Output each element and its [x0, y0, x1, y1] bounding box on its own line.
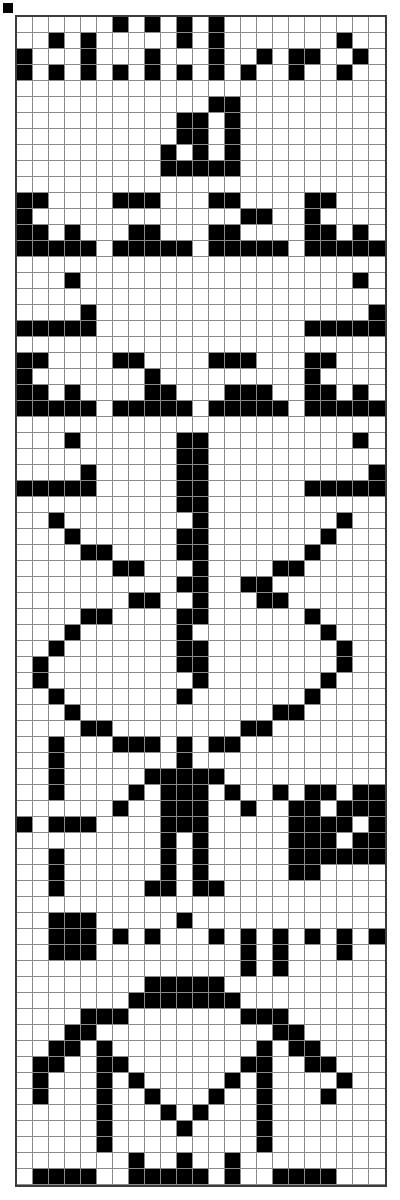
grid-cell-r8c10 — [161, 129, 177, 145]
grid-cell-r49c12 — [193, 785, 209, 801]
grid-cell-r10c11 — [177, 161, 193, 177]
grid-cell-r57c19 — [305, 913, 321, 929]
grid-cell-r34c20 — [321, 545, 337, 561]
grid-cell-r20c19 — [305, 321, 321, 337]
grid-cell-r10c9 — [145, 161, 161, 177]
grid-cell-r2c20 — [321, 33, 337, 49]
grid-cell-r38c10 — [161, 609, 177, 625]
grid-cell-r50c2 — [33, 801, 49, 817]
grid-cell-r56c8 — [129, 897, 145, 913]
grid-cell-r54c11 — [177, 865, 193, 881]
grid-cell-r65c3 — [49, 1041, 65, 1057]
grid-cell-r22c9 — [145, 353, 161, 369]
grid-cell-r43c15 — [241, 689, 257, 705]
grid-cell-r70c2 — [33, 1121, 49, 1137]
grid-cell-r30c14 — [225, 481, 241, 497]
grid-cell-r29c18 — [289, 465, 305, 481]
grid-cell-r18c15 — [241, 289, 257, 305]
grid-cell-r38c4 — [65, 609, 81, 625]
grid-cell-r6c3 — [49, 97, 65, 113]
grid-cell-r34c19 — [305, 545, 321, 561]
grid-cell-r22c22 — [353, 353, 369, 369]
grid-cell-r61c3 — [49, 977, 65, 993]
grid-cell-r33c1 — [17, 529, 33, 545]
grid-cell-r31c8 — [129, 497, 145, 513]
grid-cell-r51c22 — [353, 817, 369, 833]
grid-cell-r52c7 — [113, 833, 129, 849]
grid-cell-r47c15 — [241, 753, 257, 769]
grid-cell-r11c17 — [273, 177, 289, 193]
grid-cell-r34c15 — [241, 545, 257, 561]
grid-cell-r52c3 — [49, 833, 65, 849]
grid-cell-r46c2 — [33, 737, 49, 753]
grid-cell-r55c23 — [369, 881, 385, 897]
grid-cell-r11c13 — [209, 177, 225, 193]
grid-cell-r69c22 — [353, 1105, 369, 1121]
grid-cell-r5c5 — [81, 81, 97, 97]
grid-cell-r41c8 — [129, 657, 145, 673]
grid-cell-r18c13 — [209, 289, 225, 305]
grid-cell-r63c8 — [129, 1009, 145, 1025]
grid-cell-r65c4 — [65, 1041, 81, 1057]
grid-cell-r43c20 — [321, 689, 337, 705]
grid-cell-r65c18 — [289, 1041, 305, 1057]
grid-cell-r50c11 — [177, 801, 193, 817]
grid-cell-r55c17 — [273, 881, 289, 897]
grid-cell-r52c6 — [97, 833, 113, 849]
grid-cell-r31c5 — [81, 497, 97, 513]
grid-cell-r10c8 — [129, 161, 145, 177]
grid-cell-r35c12 — [193, 561, 209, 577]
grid-cell-r58c8 — [129, 929, 145, 945]
grid-cell-r9c20 — [321, 145, 337, 161]
grid-cell-r4c6 — [97, 65, 113, 81]
grid-cell-r24c21 — [337, 385, 353, 401]
grid-cell-r55c10 — [161, 881, 177, 897]
grid-cell-r54c9 — [145, 865, 161, 881]
grid-cell-r62c23 — [369, 993, 385, 1009]
grid-cell-r49c9 — [145, 785, 161, 801]
grid-cell-r16c17 — [273, 257, 289, 273]
grid-cell-r5c10 — [161, 81, 177, 97]
grid-cell-r45c8 — [129, 721, 145, 737]
grid-cell-r54c1 — [17, 865, 33, 881]
grid-cell-r71c11 — [177, 1137, 193, 1153]
grid-cell-r2c21 — [337, 33, 353, 49]
grid-cell-r43c17 — [273, 689, 289, 705]
grid-cell-r17c23 — [369, 273, 385, 289]
grid-cell-r51c20 — [321, 817, 337, 833]
grid-cell-r13c15 — [241, 209, 257, 225]
grid-cell-r55c1 — [17, 881, 33, 897]
grid-cell-r73c13 — [209, 1169, 225, 1185]
grid-cell-r53c4 — [65, 849, 81, 865]
grid-cell-r18c21 — [337, 289, 353, 305]
grid-cell-r53c6 — [97, 849, 113, 865]
grid-cell-r34c5 — [81, 545, 97, 561]
grid-cell-r15c4 — [65, 241, 81, 257]
grid-cell-r39c6 — [97, 625, 113, 641]
grid-cell-r28c8 — [129, 449, 145, 465]
grid-cell-r39c3 — [49, 625, 65, 641]
grid-cell-r64c8 — [129, 1025, 145, 1041]
grid-cell-r73c10 — [161, 1169, 177, 1185]
grid-cell-r29c1 — [17, 465, 33, 481]
grid-cell-r62c14 — [225, 993, 241, 1009]
grid-cell-r36c15 — [241, 577, 257, 593]
grid-cell-r15c8 — [129, 241, 145, 257]
grid-cell-r70c3 — [49, 1121, 65, 1137]
grid-cell-r34c9 — [145, 545, 161, 561]
grid-cell-r23c12 — [193, 369, 209, 385]
grid-cell-r47c11 — [177, 753, 193, 769]
grid-cell-r44c13 — [209, 705, 225, 721]
grid-cell-r57c11 — [177, 913, 193, 929]
grid-cell-r38c11 — [177, 609, 193, 625]
grid-cell-r40c9 — [145, 641, 161, 657]
grid-cell-r58c10 — [161, 929, 177, 945]
grid-cell-r26c9 — [145, 417, 161, 433]
grid-cell-r49c6 — [97, 785, 113, 801]
grid-cell-r59c8 — [129, 945, 145, 961]
grid-cell-r62c15 — [241, 993, 257, 1009]
grid-cell-r47c23 — [369, 753, 385, 769]
grid-cell-r12c2 — [33, 193, 49, 209]
grid-cell-r43c19 — [305, 689, 321, 705]
grid-cell-r66c16 — [257, 1057, 273, 1073]
grid-cell-r43c12 — [193, 689, 209, 705]
grid-cell-r18c14 — [225, 289, 241, 305]
grid-cell-r26c1 — [17, 417, 33, 433]
grid-cell-r29c17 — [273, 465, 289, 481]
grid-cell-r40c16 — [257, 641, 273, 657]
grid-cell-r26c12 — [193, 417, 209, 433]
grid-cell-r5c13 — [209, 81, 225, 97]
grid-cell-r27c1 — [17, 433, 33, 449]
grid-cell-r71c4 — [65, 1137, 81, 1153]
grid-cell-r22c3 — [49, 353, 65, 369]
grid-cell-r20c17 — [273, 321, 289, 337]
grid-cell-r26c14 — [225, 417, 241, 433]
grid-cell-r4c12 — [193, 65, 209, 81]
grid-cell-r68c10 — [161, 1089, 177, 1105]
grid-cell-r31c1 — [17, 497, 33, 513]
grid-cell-r30c5 — [81, 481, 97, 497]
grid-cell-r41c22 — [353, 657, 369, 673]
grid-cell-r72c4 — [65, 1153, 81, 1169]
grid-cell-r15c21 — [337, 241, 353, 257]
grid-cell-r20c10 — [161, 321, 177, 337]
grid-cell-r17c8 — [129, 273, 145, 289]
grid-cell-r37c6 — [97, 593, 113, 609]
grid-cell-r44c8 — [129, 705, 145, 721]
grid-cell-r34c12 — [193, 545, 209, 561]
grid-cell-r55c9 — [145, 881, 161, 897]
grid-cell-r40c23 — [369, 641, 385, 657]
grid-cell-r1c17 — [273, 17, 289, 33]
grid-cell-r67c7 — [113, 1073, 129, 1089]
grid-cell-r51c15 — [241, 817, 257, 833]
grid-cell-r30c18 — [289, 481, 305, 497]
grid-cell-r53c17 — [273, 849, 289, 865]
grid-cell-r3c21 — [337, 49, 353, 65]
grid-cell-r3c1 — [17, 49, 33, 65]
grid-cell-r65c6 — [97, 1041, 113, 1057]
grid-cell-r2c19 — [305, 33, 321, 49]
grid-cell-r20c20 — [321, 321, 337, 337]
grid-cell-r71c9 — [145, 1137, 161, 1153]
grid-cell-r27c22 — [353, 433, 369, 449]
grid-cell-r32c21 — [337, 513, 353, 529]
grid-cell-r33c6 — [97, 529, 113, 545]
grid-cell-r58c6 — [97, 929, 113, 945]
grid-cell-r35c4 — [65, 561, 81, 577]
grid-cell-r48c13 — [209, 769, 225, 785]
grid-cell-r73c16 — [257, 1169, 273, 1185]
grid-cell-r8c17 — [273, 129, 289, 145]
grid-cell-r12c8 — [129, 193, 145, 209]
grid-cell-r42c21 — [337, 673, 353, 689]
grid-cell-r12c1 — [17, 193, 33, 209]
grid-cell-r26c23 — [369, 417, 385, 433]
grid-cell-r60c20 — [321, 961, 337, 977]
grid-cell-r69c13 — [209, 1105, 225, 1121]
grid-cell-r62c17 — [273, 993, 289, 1009]
grid-cell-r59c17 — [273, 945, 289, 961]
grid-cell-r10c7 — [113, 161, 129, 177]
grid-cell-r16c15 — [241, 257, 257, 273]
grid-cell-r50c14 — [225, 801, 241, 817]
grid-cell-r57c18 — [289, 913, 305, 929]
grid-cell-r72c17 — [273, 1153, 289, 1169]
grid-cell-r52c2 — [33, 833, 49, 849]
grid-cell-r4c2 — [33, 65, 49, 81]
grid-cell-r51c17 — [273, 817, 289, 833]
grid-cell-r14c11 — [177, 225, 193, 241]
grid-cell-r10c3 — [49, 161, 65, 177]
grid-cell-r59c20 — [321, 945, 337, 961]
grid-cell-r9c9 — [145, 145, 161, 161]
grid-cell-r32c13 — [209, 513, 225, 529]
grid-cell-r15c18 — [289, 241, 305, 257]
grid-cell-r66c1 — [17, 1057, 33, 1073]
grid-cell-r12c18 — [289, 193, 305, 209]
grid-cell-r65c10 — [161, 1041, 177, 1057]
grid-cell-r60c2 — [33, 961, 49, 977]
grid-cell-r68c17 — [273, 1089, 289, 1105]
grid-cell-r32c15 — [241, 513, 257, 529]
grid-cell-r53c1 — [17, 849, 33, 865]
grid-cell-r26c19 — [305, 417, 321, 433]
grid-cell-r23c17 — [273, 369, 289, 385]
grid-cell-r40c14 — [225, 641, 241, 657]
grid-cell-r46c19 — [305, 737, 321, 753]
grid-cell-r14c8 — [129, 225, 145, 241]
grid-cell-r25c4 — [65, 401, 81, 417]
grid-cell-r58c23 — [369, 929, 385, 945]
grid-cell-r11c22 — [353, 177, 369, 193]
grid-cell-r73c1 — [17, 1169, 33, 1185]
grid-cell-r23c9 — [145, 369, 161, 385]
grid-cell-r39c13 — [209, 625, 225, 641]
grid-cell-r2c5 — [81, 33, 97, 49]
grid-cell-r41c14 — [225, 657, 241, 673]
grid-cell-r10c15 — [241, 161, 257, 177]
grid-cell-r9c1 — [17, 145, 33, 161]
grid-cell-r14c17 — [273, 225, 289, 241]
grid-cell-r55c7 — [113, 881, 129, 897]
grid-cell-r73c23 — [369, 1169, 385, 1185]
grid-cell-r66c3 — [49, 1057, 65, 1073]
grid-cell-r39c5 — [81, 625, 97, 641]
grid-cell-r70c19 — [305, 1121, 321, 1137]
grid-cell-r8c15 — [241, 129, 257, 145]
grid-cell-r13c5 — [81, 209, 97, 225]
grid-cell-r6c12 — [193, 97, 209, 113]
grid-cell-r9c16 — [257, 145, 273, 161]
grid-cell-r41c10 — [161, 657, 177, 673]
grid-cell-r7c1 — [17, 113, 33, 129]
grid-cell-r35c6 — [97, 561, 113, 577]
grid-cell-r26c15 — [241, 417, 257, 433]
grid-cell-r2c17 — [273, 33, 289, 49]
grid-cell-r49c20 — [321, 785, 337, 801]
grid-cell-r69c16 — [257, 1105, 273, 1121]
grid-cell-r36c3 — [49, 577, 65, 593]
grid-cell-r45c6 — [97, 721, 113, 737]
grid-cell-r15c10 — [161, 241, 177, 257]
grid-cell-r14c18 — [289, 225, 305, 241]
grid-cell-r31c11 — [177, 497, 193, 513]
grid-cell-r46c20 — [321, 737, 337, 753]
grid-cell-r66c22 — [353, 1057, 369, 1073]
grid-cell-r67c22 — [353, 1073, 369, 1089]
grid-cell-r1c15 — [241, 17, 257, 33]
grid-cell-r66c10 — [161, 1057, 177, 1073]
grid-cell-r30c6 — [97, 481, 113, 497]
grid-cell-r34c6 — [97, 545, 113, 561]
grid-cell-r50c9 — [145, 801, 161, 817]
grid-cell-r8c20 — [321, 129, 337, 145]
grid-cell-r60c12 — [193, 961, 209, 977]
grid-cell-r11c11 — [177, 177, 193, 193]
grid-cell-r72c10 — [161, 1153, 177, 1169]
grid-cell-r20c13 — [209, 321, 225, 337]
grid-cell-r66c19 — [305, 1057, 321, 1073]
grid-cell-r24c4 — [65, 385, 81, 401]
grid-cell-r32c8 — [129, 513, 145, 529]
grid-cell-r44c6 — [97, 705, 113, 721]
grid-cell-r65c2 — [33, 1041, 49, 1057]
grid-cell-r28c13 — [209, 449, 225, 465]
grid-cell-r13c22 — [353, 209, 369, 225]
grid-cell-r41c20 — [321, 657, 337, 673]
grid-cell-r57c17 — [273, 913, 289, 929]
grid-cell-r8c21 — [337, 129, 353, 145]
grid-cell-r19c8 — [129, 305, 145, 321]
grid-cell-r13c14 — [225, 209, 241, 225]
grid-cell-r25c17 — [273, 401, 289, 417]
grid-cell-r18c18 — [289, 289, 305, 305]
grid-cell-r64c2 — [33, 1025, 49, 1041]
grid-cell-r68c23 — [369, 1089, 385, 1105]
grid-cell-r18c7 — [113, 289, 129, 305]
grid-cell-r67c10 — [161, 1073, 177, 1089]
grid-cell-r42c16 — [257, 673, 273, 689]
grid-cell-r3c6 — [97, 49, 113, 65]
grid-cell-r41c1 — [17, 657, 33, 673]
grid-cell-r7c4 — [65, 113, 81, 129]
grid-cell-r56c1 — [17, 897, 33, 913]
grid-cell-r26c4 — [65, 417, 81, 433]
grid-cell-r11c23 — [369, 177, 385, 193]
grid-cell-r60c8 — [129, 961, 145, 977]
grid-cell-r1c4 — [65, 17, 81, 33]
grid-cell-r20c4 — [65, 321, 81, 337]
grid-cell-r56c16 — [257, 897, 273, 913]
grid-cell-r59c15 — [241, 945, 257, 961]
grid-cell-r33c23 — [369, 529, 385, 545]
grid-cell-r33c4 — [65, 529, 81, 545]
grid-cell-r8c7 — [113, 129, 129, 145]
grid-cell-r59c1 — [17, 945, 33, 961]
grid-cell-r41c18 — [289, 657, 305, 673]
grid-cell-r26c20 — [321, 417, 337, 433]
grid-cell-r30c15 — [241, 481, 257, 497]
grid-cell-r65c1 — [17, 1041, 33, 1057]
grid-cell-r57c13 — [209, 913, 225, 929]
grid-cell-r68c21 — [337, 1089, 353, 1105]
grid-cell-r17c7 — [113, 273, 129, 289]
grid-cell-r17c20 — [321, 273, 337, 289]
grid-cell-r71c21 — [337, 1137, 353, 1153]
grid-cell-r66c23 — [369, 1057, 385, 1073]
grid-cell-r13c8 — [129, 209, 145, 225]
grid-cell-r60c6 — [97, 961, 113, 977]
grid-cell-r27c20 — [321, 433, 337, 449]
grid-cell-r16c16 — [257, 257, 273, 273]
grid-cell-r6c17 — [273, 97, 289, 113]
grid-cell-r47c8 — [129, 753, 145, 769]
grid-cell-r59c12 — [193, 945, 209, 961]
grid-cell-r45c23 — [369, 721, 385, 737]
grid-cell-r36c6 — [97, 577, 113, 593]
grid-cell-r68c19 — [305, 1089, 321, 1105]
grid-cell-r48c7 — [113, 769, 129, 785]
grid-cell-r64c1 — [17, 1025, 33, 1041]
grid-cell-r52c22 — [353, 833, 369, 849]
grid-cell-r45c5 — [81, 721, 97, 737]
grid-cell-r2c7 — [113, 33, 129, 49]
grid-cell-r68c15 — [241, 1089, 257, 1105]
grid-cell-r53c15 — [241, 849, 257, 865]
grid-cell-r61c23 — [369, 977, 385, 993]
grid-cell-r2c2 — [33, 33, 49, 49]
grid-cell-r54c5 — [81, 865, 97, 881]
grid-cell-r5c12 — [193, 81, 209, 97]
grid-cell-r33c21 — [337, 529, 353, 545]
grid-cell-r65c9 — [145, 1041, 161, 1057]
grid-cell-r45c4 — [65, 721, 81, 737]
grid-cell-r20c22 — [353, 321, 369, 337]
grid-cell-r67c16 — [257, 1073, 273, 1089]
grid-cell-r70c5 — [81, 1121, 97, 1137]
grid-cell-r57c2 — [33, 913, 49, 929]
grid-cell-r15c12 — [193, 241, 209, 257]
grid-cell-r40c22 — [353, 641, 369, 657]
grid-cell-r60c3 — [49, 961, 65, 977]
grid-cell-r36c10 — [161, 577, 177, 593]
